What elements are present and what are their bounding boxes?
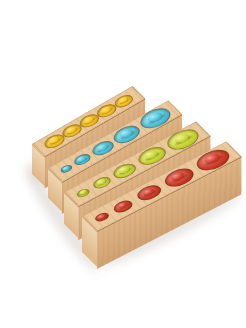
knobbed-cylinder-red-2 — [111, 198, 136, 215]
product-photo — [0, 0, 246, 328]
knobbed-cylinder-red-1 — [93, 211, 111, 223]
cylinder-block-red — [0, 0, 246, 328]
knob-cap — [96, 213, 106, 220]
